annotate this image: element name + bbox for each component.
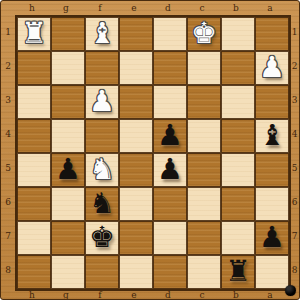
square-c5[interactable] [187, 153, 221, 187]
square-e6[interactable] [119, 187, 153, 221]
square-h7[interactable] [17, 221, 51, 255]
black-king[interactable]: ♚ [89, 223, 115, 254]
square-h1[interactable]: ♜ [17, 17, 51, 51]
file-label-top-e: e [117, 1, 151, 15]
chess-board: ♜♝♚♟♟♟♝♟♞♟♞♚♟♜ [15, 15, 291, 291]
square-c8[interactable] [187, 255, 221, 289]
rank-label-left-5: 5 [1, 151, 15, 185]
square-g6[interactable] [51, 187, 85, 221]
rank-label-right-8: 8 [288, 253, 300, 287]
chess-board-frame: ♜♝♚♟♟♟♝♟♞♟♞♚♟♜ hhggffeeddccbbaa112233445… [0, 0, 300, 300]
file-label-top-b: b [219, 1, 253, 15]
square-a3[interactable] [255, 85, 289, 119]
square-a2[interactable]: ♟ [255, 51, 289, 85]
rank-label-left-3: 3 [1, 83, 15, 117]
square-g8[interactable] [51, 255, 85, 289]
square-b2[interactable] [221, 51, 255, 85]
white-king[interactable]: ♚ [191, 19, 217, 50]
square-b6[interactable] [221, 187, 255, 221]
square-d5[interactable]: ♟ [153, 153, 187, 187]
file-label-bottom-c: c [185, 288, 219, 300]
rank-label-right-7: 7 [288, 219, 300, 253]
square-b1[interactable] [221, 17, 255, 51]
file-label-top-g: g [49, 1, 83, 15]
file-label-bottom-a: a [253, 288, 287, 300]
file-label-bottom-g: g [49, 288, 83, 300]
square-e8[interactable] [119, 255, 153, 289]
black-knight[interactable]: ♞ [89, 189, 115, 220]
square-g1[interactable] [51, 17, 85, 51]
rank-label-left-7: 7 [1, 219, 15, 253]
file-label-bottom-d: d [151, 288, 185, 300]
file-label-top-a: a [253, 1, 287, 15]
square-e7[interactable] [119, 221, 153, 255]
file-label-bottom-e: e [117, 288, 151, 300]
square-f3[interactable]: ♟ [85, 85, 119, 119]
file-label-top-c: c [185, 1, 219, 15]
square-h8[interactable] [17, 255, 51, 289]
file-label-bottom-h: h [15, 288, 49, 300]
square-a4[interactable]: ♝ [255, 119, 289, 153]
square-c6[interactable] [187, 187, 221, 221]
square-c1[interactable]: ♚ [187, 17, 221, 51]
square-h4[interactable] [17, 119, 51, 153]
square-f7[interactable]: ♚ [85, 221, 119, 255]
square-b8[interactable]: ♜ [221, 255, 255, 289]
black-bishop[interactable]: ♝ [259, 121, 285, 152]
square-a7[interactable]: ♟ [255, 221, 289, 255]
square-b4[interactable] [221, 119, 255, 153]
square-d2[interactable] [153, 51, 187, 85]
square-g4[interactable] [51, 119, 85, 153]
white-pawn[interactable]: ♟ [89, 87, 115, 118]
square-e4[interactable] [119, 119, 153, 153]
square-b7[interactable] [221, 221, 255, 255]
square-c7[interactable] [187, 221, 221, 255]
square-f1[interactable]: ♝ [85, 17, 119, 51]
square-b5[interactable] [221, 153, 255, 187]
rank-label-right-2: 2 [288, 49, 300, 83]
square-d4[interactable]: ♟ [153, 119, 187, 153]
square-b3[interactable] [221, 85, 255, 119]
rank-label-right-4: 4 [288, 117, 300, 151]
rank-label-left-2: 2 [1, 49, 15, 83]
file-label-top-d: d [151, 1, 185, 15]
square-e2[interactable] [119, 51, 153, 85]
rank-label-left-6: 6 [1, 185, 15, 219]
white-bishop[interactable]: ♝ [89, 19, 115, 50]
file-label-bottom-f: f [83, 288, 117, 300]
square-d8[interactable] [153, 255, 187, 289]
square-a1[interactable] [255, 17, 289, 51]
square-d3[interactable] [153, 85, 187, 119]
square-a8[interactable] [255, 255, 289, 289]
white-pawn[interactable]: ♟ [259, 53, 285, 84]
square-c3[interactable] [187, 85, 221, 119]
black-pawn[interactable]: ♟ [157, 121, 183, 152]
square-h5[interactable] [17, 153, 51, 187]
square-c2[interactable] [187, 51, 221, 85]
square-f5[interactable]: ♞ [85, 153, 119, 187]
square-e5[interactable] [119, 153, 153, 187]
square-d6[interactable] [153, 187, 187, 221]
square-a5[interactable] [255, 153, 289, 187]
black-pawn[interactable]: ♟ [157, 155, 183, 186]
rank-label-right-3: 3 [288, 83, 300, 117]
square-a6[interactable] [255, 187, 289, 221]
square-h3[interactable] [17, 85, 51, 119]
square-f4[interactable] [85, 119, 119, 153]
square-f6[interactable]: ♞ [85, 187, 119, 221]
rank-label-left-8: 8 [1, 253, 15, 287]
file-label-top-h: h [15, 1, 49, 15]
white-rook[interactable]: ♜ [21, 19, 47, 50]
square-h2[interactable] [17, 51, 51, 85]
square-g3[interactable] [51, 85, 85, 119]
square-g7[interactable] [51, 221, 85, 255]
square-f2[interactable] [85, 51, 119, 85]
square-h6[interactable] [17, 187, 51, 221]
square-d7[interactable] [153, 221, 187, 255]
square-e3[interactable] [119, 85, 153, 119]
file-label-top-f: f [83, 1, 117, 15]
black-to-move-indicator [285, 285, 296, 296]
square-d1[interactable] [153, 17, 187, 51]
rank-label-left-4: 4 [1, 117, 15, 151]
square-e1[interactable] [119, 17, 153, 51]
file-label-bottom-b: b [219, 288, 253, 300]
square-c4[interactable] [187, 119, 221, 153]
rank-label-right-1: 1 [288, 15, 300, 49]
black-rook[interactable]: ♜ [225, 257, 251, 288]
rank-label-left-1: 1 [1, 15, 15, 49]
square-f8[interactable] [85, 255, 119, 289]
square-g2[interactable] [51, 51, 85, 85]
rank-label-right-5: 5 [288, 151, 300, 185]
square-g5[interactable]: ♟ [51, 153, 85, 187]
rank-label-right-6: 6 [288, 185, 300, 219]
white-knight[interactable]: ♞ [89, 155, 115, 186]
black-pawn[interactable]: ♟ [55, 155, 81, 186]
black-pawn[interactable]: ♟ [259, 223, 285, 254]
